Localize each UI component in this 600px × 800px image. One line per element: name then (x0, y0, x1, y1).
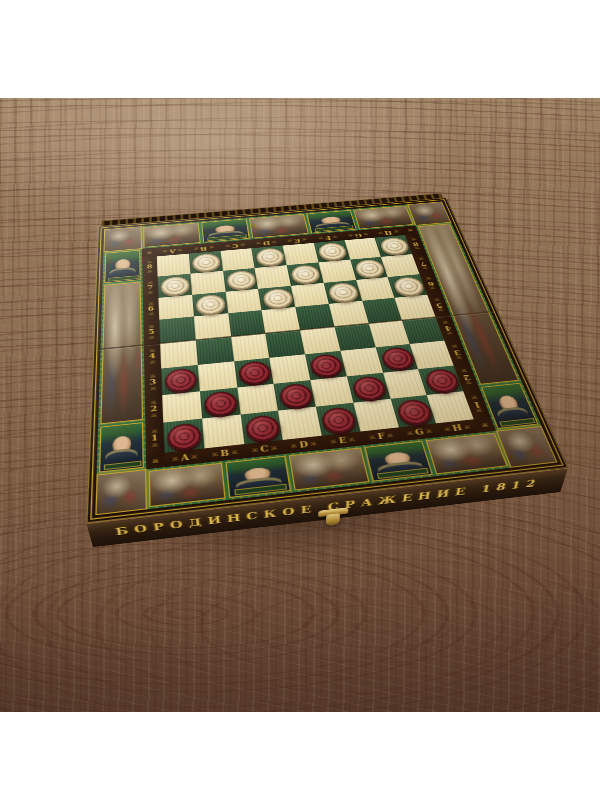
portrait-art (365, 442, 431, 481)
checker-red-f2[interactable]: ⛂ (351, 375, 389, 401)
white-draughts-man-glyph: ⛀ (295, 265, 317, 283)
coord-label-h: ЖHЖ (437, 422, 477, 434)
square-e3[interactable] (305, 351, 347, 380)
coord-corner-bl: Ж (146, 453, 165, 469)
coord-text: C (260, 445, 269, 454)
painting-art (250, 215, 307, 238)
coord-ornament: Ж (455, 355, 462, 359)
coord-ornament: Ж (444, 427, 452, 432)
square-g3[interactable] (375, 344, 418, 373)
coord-ornament: Ж (463, 424, 471, 429)
red-draughts-man-glyph: ⛂ (384, 347, 411, 369)
checker-red-e3[interactable]: ⛂ (309, 353, 345, 378)
checker-white-d8[interactable]: ⛀ (255, 248, 285, 267)
coord-ornament: Ж (330, 439, 337, 444)
coord-text: D (299, 440, 309, 449)
coord-label-5: Ж5Ж (148, 320, 155, 344)
checker-red-g3[interactable]: ⛂ (379, 346, 416, 371)
coord-text: B (220, 449, 230, 458)
table-surface: БОРОДИНСКОЕ СРАЖЕНИЕ 1812 Ж ЖAЖЖBЖЖCЖЖDЖ… (0, 98, 600, 712)
coord-ornament: Ж (302, 238, 308, 241)
red-draughts-man-glyph: ⛂ (209, 391, 233, 416)
coord-ornament: Ж (429, 287, 435, 291)
product-photo: БОРОДИНСКОЕ СРАЖЕНИЕ 1812 Ж ЖAЖЖBЖЖCЖЖDЖ… (0, 0, 600, 800)
frame-corner-tr (407, 201, 451, 225)
coord-ornament: Ж (393, 230, 399, 233)
coord-text: 1 (151, 434, 158, 443)
coord-ornament: Ж (149, 325, 155, 329)
coord-text: H (451, 424, 463, 433)
coord-ornament: Ж (256, 242, 261, 245)
coord-ornament: Ж (151, 414, 157, 419)
coord-label-d: ЖDЖ (283, 439, 324, 451)
coord-ornament: Ж (287, 239, 293, 242)
red-draughts-man-glyph: ⛂ (173, 423, 197, 449)
checker-white-b8[interactable]: ⛀ (192, 253, 221, 273)
white-draughts-man-glyph: ⛀ (396, 277, 421, 296)
painting-art (102, 282, 142, 423)
checker-red-a3[interactable]: ⛂ (165, 367, 198, 393)
coord-label-2: Ж2Ж (458, 364, 474, 391)
coord-ornament: Ж (150, 386, 156, 390)
checker-white-h6[interactable]: ⛀ (391, 276, 425, 297)
checker-white-a7[interactable]: ⛀ (161, 276, 191, 297)
coord-ornament: Ж (422, 266, 428, 269)
coord-ornament: Ж (191, 454, 198, 459)
board-top-face: Ж ЖAЖЖBЖЖCЖЖDЖЖEЖЖFЖЖGЖЖHЖ Ж Ж8ЖЖ7ЖЖ6ЖЖ5… (86, 198, 568, 524)
coord-label-g: ЖGЖ (399, 426, 439, 438)
coord-ornament: Ж (148, 313, 154, 317)
coord-ornament: Ж (332, 235, 338, 238)
white-draughts-man-glyph: ⛀ (259, 248, 280, 265)
coord-text: 5 (148, 329, 155, 336)
square-c3[interactable] (234, 358, 274, 388)
coord-label-e: ЖEЖ (322, 435, 363, 447)
coord-label-1: Ж1Ж (468, 390, 485, 419)
square-c1[interactable] (240, 411, 283, 444)
portrait-art (227, 457, 290, 497)
coord-text: 2 (150, 406, 157, 414)
coord-label-c: ЖCЖ (244, 443, 285, 455)
coord-ornament: Ж (348, 234, 354, 237)
coord-ornament: Ж (451, 344, 458, 348)
coord-text: A (181, 453, 190, 462)
square-h1[interactable] (427, 391, 474, 423)
square-a3[interactable] (161, 365, 200, 395)
coord-text: 4 (149, 353, 156, 360)
checker-white-b6[interactable]: ⛀ (195, 294, 226, 316)
coord-ornament: Ж (231, 450, 238, 455)
red-draughts-man-glyph: ⛂ (243, 361, 267, 384)
checker-white-g7[interactable]: ⛀ (353, 259, 386, 279)
red-draughts-man-glyph: ⛂ (356, 376, 383, 400)
coord-label-f: ЖFЖ (361, 430, 401, 442)
red-draughts-man-glyph: ⛂ (250, 415, 276, 441)
coord-ornament: Ж (446, 331, 453, 335)
square-a2[interactable] (162, 391, 202, 423)
coord-ornament: Ж (162, 250, 167, 253)
square-e4[interactable] (300, 327, 340, 354)
coord-ornament: Ж (414, 247, 420, 250)
checker-red-c1[interactable]: ⛂ (244, 414, 281, 443)
painting-art (290, 448, 367, 489)
coord-ornament: Ж (271, 240, 277, 243)
square-d3[interactable] (269, 354, 310, 383)
frame-panel-painting (289, 447, 369, 490)
checker-white-f8[interactable]: ⛀ (317, 242, 348, 261)
frame-panel-portrait (306, 210, 356, 233)
coord-label-4: Ж4Ж (149, 344, 156, 370)
square-d2[interactable] (274, 380, 316, 411)
square-b3[interactable] (198, 361, 237, 391)
coord-ornament: Ж (147, 270, 152, 273)
painting-art (354, 206, 412, 229)
coord-ornament: Ж (150, 374, 156, 378)
square-b1[interactable] (202, 415, 244, 449)
square-a1[interactable] (163, 419, 204, 453)
clasp (318, 507, 349, 528)
coord-label-7: Ж7Ж (147, 277, 154, 299)
coord-label-3: Ж3Ж (149, 369, 156, 396)
white-draughts-man-glyph: ⛀ (358, 260, 381, 278)
coord-ornament: Ж (147, 281, 152, 284)
coord-ornament: Ж (193, 247, 198, 250)
frame-panel-portrait (481, 383, 538, 429)
coord-ornament: Ж (251, 447, 258, 452)
decorative-frame: Ж ЖAЖЖBЖЖCЖЖDЖЖEЖЖFЖЖGЖЖHЖ Ж Ж8ЖЖ7ЖЖ6ЖЖ5… (95, 201, 557, 515)
checker-red-d2[interactable]: ⛂ (278, 382, 314, 409)
portrait-name-plate (104, 461, 142, 471)
coord-ornament: Ж (172, 456, 179, 461)
square-b2[interactable] (200, 387, 241, 419)
painting-art (427, 434, 507, 474)
checker-red-c3[interactable]: ⛂ (237, 360, 272, 386)
coord-ornament: Ж (310, 441, 317, 446)
coord-ornament: Ж (348, 437, 355, 442)
square-d4[interactable] (265, 330, 305, 358)
coord-ornament: Ж (151, 429, 157, 434)
square-e1[interactable] (316, 403, 360, 436)
coord-ornament: Ж (461, 369, 468, 373)
frame-band-left (97, 249, 147, 475)
coord-ornament: Ж (211, 452, 218, 457)
coord-text: 4 (443, 324, 451, 331)
coord-ornament: Ж (225, 244, 230, 247)
frame-panel-painting (100, 282, 143, 425)
coord-label-6: Ж6Ж (148, 298, 155, 321)
portrait-art (482, 384, 537, 428)
square-f2[interactable] (347, 372, 391, 403)
coord-ornament: Ж (290, 443, 297, 448)
square-h3[interactable] (410, 340, 454, 368)
frame-panel-painting (149, 463, 226, 507)
square-g2[interactable] (382, 369, 426, 399)
portrait-name-plate (376, 468, 428, 479)
coord-ornament: Ж (378, 231, 384, 234)
coord-ornament: Ж (369, 435, 376, 440)
white-draughts-man-glyph: ⛀ (383, 238, 406, 255)
red-draughts-man-glyph: ⛂ (326, 407, 353, 433)
coord-ornament: Ж (425, 429, 433, 434)
coord-ornament: Ж (476, 408, 484, 413)
coord-text: 3 (150, 378, 157, 386)
coord-ornament: Ж (152, 443, 159, 448)
coord-ornament: Ж (209, 246, 214, 249)
coord-text: 1 (472, 400, 481, 408)
square-f1[interactable] (353, 399, 398, 431)
white-draughts-man-glyph: ⛀ (196, 254, 216, 272)
frame-panel-painting (425, 433, 507, 475)
square-c2[interactable] (237, 383, 278, 414)
coord-ornament: Ж (465, 381, 472, 385)
coord-ornament: Ж (270, 445, 277, 450)
coord-label-3: Ж3Ж (449, 339, 465, 364)
checker-white-c7[interactable]: ⛀ (226, 270, 257, 290)
frame-panel-portrait (364, 441, 432, 482)
frame-corner-br (496, 426, 558, 468)
checker-white-h8[interactable]: ⛀ (378, 237, 410, 256)
checker-white-d6[interactable]: ⛀ (262, 288, 294, 309)
file-labels-bottom: ЖAЖЖBЖЖCЖЖDЖЖEЖЖFЖЖGЖЖHЖ (164, 419, 478, 467)
frame-panel-portrait (104, 250, 140, 283)
checker-red-a1[interactable]: ⛂ (167, 422, 202, 451)
white-draughts-man-glyph: ⛀ (166, 277, 186, 296)
square-b4[interactable] (196, 337, 234, 365)
frame-panel-portrait (226, 456, 291, 498)
coord-text: F (377, 432, 386, 440)
red-draughts-man-glyph: ⛂ (428, 369, 456, 392)
square-c4[interactable] (231, 333, 270, 361)
coord-ornament: Ж (149, 336, 155, 340)
square-d1[interactable] (278, 407, 322, 440)
coord-ornament: Ж (151, 401, 157, 406)
frame-corner-bl (95, 469, 147, 515)
coord-text: B (200, 245, 207, 251)
portrait-name-plate (499, 418, 536, 427)
portrait-art (100, 423, 142, 471)
coord-ornament: Ж (149, 360, 155, 364)
coord-ornament: Ж (240, 243, 245, 246)
frame-panel-portrait (202, 219, 250, 243)
square-e2[interactable] (310, 376, 353, 407)
frame-corner-tl (103, 226, 141, 252)
clasp-tongue (326, 513, 340, 526)
portrait-name-plate (235, 484, 288, 496)
coord-ornament: Ж (148, 291, 154, 295)
checker-red-e1[interactable]: ⛂ (320, 406, 358, 434)
white-draughts-man-glyph: ⛀ (332, 283, 356, 302)
checker-white-f6[interactable]: ⛀ (327, 282, 360, 303)
white-draughts-man-glyph: ⛀ (231, 271, 252, 289)
square-a4[interactable] (160, 340, 197, 368)
square-g1[interactable] (390, 395, 436, 427)
coord-text: C (232, 242, 239, 247)
coord-text: 3 (452, 348, 461, 355)
coord-ornament: Ж (386, 433, 393, 438)
coord-ornament: Ж (149, 349, 155, 353)
coord-ornament: Ж (318, 236, 324, 239)
square-h2[interactable] (418, 365, 463, 395)
coord-corner-br: Ж (474, 417, 496, 432)
coord-ornament: Ж (471, 396, 478, 401)
coord-ornament: Ж (363, 233, 369, 236)
coord-text: E (294, 237, 301, 242)
coord-ornament: Ж (177, 248, 182, 251)
painting-art (150, 464, 225, 506)
coord-label-b: ЖBЖ (205, 447, 246, 459)
checker-white-e7[interactable]: ⛀ (290, 264, 322, 284)
coord-ornament: Ж (406, 431, 413, 436)
board-scene: БОРОДИНСКОЕ СРАЖЕНИЕ 1812 Ж ЖAЖЖBЖЖCЖЖDЖ… (96, 126, 504, 534)
coord-label-8: Ж8Ж (147, 257, 153, 278)
red-draughts-man-glyph: ⛂ (314, 354, 339, 377)
checker-red-b2[interactable]: ⛂ (203, 390, 238, 417)
coord-text: F (324, 235, 331, 240)
coord-text: H (384, 229, 393, 234)
coord-ornament: Ж (438, 308, 445, 312)
coord-ornament: Ж (148, 302, 154, 306)
frame-panel-portrait (99, 422, 144, 472)
checkers-board: БОРОДИНСКОЕ СРАЖЕНИЕ 1812 Ж ЖAЖЖBЖЖCЖЖDЖ… (86, 198, 568, 524)
coord-text: A (169, 248, 176, 254)
white-draughts-man-glyph: ⛀ (266, 289, 288, 308)
coord-text: D (262, 240, 270, 245)
coord-text: G (414, 428, 425, 437)
coord-ornament: Ж (147, 261, 152, 264)
red-draughts-man-glyph: ⛂ (283, 384, 309, 408)
coord-text: G (354, 232, 362, 237)
coord-text: E (338, 436, 347, 445)
red-draughts-man-glyph: ⛂ (400, 399, 429, 424)
white-draughts-man-glyph: ⛀ (321, 243, 343, 260)
painting-art (144, 223, 200, 247)
coord-label-1: Ж1Ж (151, 423, 159, 454)
coord-text: 2 (462, 374, 471, 381)
checker-red-g1[interactable]: ⛂ (395, 398, 435, 426)
coord-label-a: ЖAЖ (165, 451, 206, 463)
white-draughts-man-glyph: ⛀ (200, 295, 221, 315)
coord-label-2: Ж2Ж (150, 395, 158, 424)
square-f3[interactable] (340, 347, 382, 376)
red-draughts-man-glyph: ⛂ (170, 369, 193, 392)
checker-red-h2[interactable]: ⛂ (422, 368, 461, 394)
